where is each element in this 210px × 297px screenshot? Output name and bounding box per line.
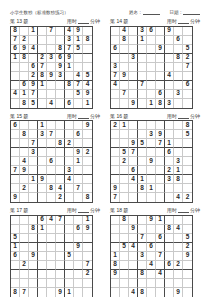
- sudoku-given-cell-r1c5: 6: [147, 27, 156, 36]
- sudoku-empty-cell-r3c8: [74, 139, 83, 148]
- sudoku-empty-cell-r8c4: [138, 279, 147, 288]
- sudoku-empty-cell-r7c8: [174, 270, 183, 279]
- sudoku-given-cell-r8c2: 2: [20, 184, 29, 193]
- sudoku-empty-cell-r3c5: [147, 45, 156, 54]
- sudoku-empty-cell-r2c5: [47, 36, 56, 45]
- name-blank-line: [143, 10, 160, 15]
- sudoku-given-cell-r3c8: 5: [74, 45, 83, 54]
- sudoku-empty-cell-r6c3: [29, 261, 38, 270]
- sudoku-empty-cell-r2c1: [11, 130, 20, 139]
- sudoku-given-cell-r4c9: 2: [183, 54, 192, 63]
- sudoku-given-cell-r6c2: 9: [20, 166, 29, 175]
- date-blank-line: [183, 10, 200, 15]
- sudoku-empty-cell-r3c4: [38, 45, 47, 54]
- sudoku-empty-cell-r2c3: [129, 36, 138, 45]
- sudoku-board-4: 21839595715762936214138981742: [110, 120, 193, 203]
- sudoku-empty-cell-r7c1: [11, 270, 20, 279]
- sudoku-given-cell-r4c6: 6: [56, 54, 65, 63]
- puzzle-number-label: 第 17 题: [10, 207, 28, 213]
- sudoku-empty-cell-r4c4: [38, 243, 47, 252]
- sudoku-empty-cell-r8c9: [183, 184, 192, 193]
- sudoku-given-cell-r7c3: 1: [29, 175, 38, 184]
- sudoku-given-cell-r3c7: 1: [165, 139, 174, 148]
- puzzle-title-row: 第 13 题用时分钟: [10, 18, 100, 24]
- sudoku-given-cell-r5c1: 1: [111, 252, 120, 261]
- sudoku-empty-cell-r9c8: [74, 288, 83, 297]
- sudoku-empty-cell-r8c7: [165, 279, 174, 288]
- sudoku-given-cell-r8c8: 7: [74, 184, 83, 193]
- sudoku-given-cell-r6c7: 3: [65, 166, 74, 175]
- sudoku-empty-cell-r8c1: [11, 184, 20, 193]
- sudoku-empty-cell-r5c8: [174, 63, 183, 72]
- puzzle-section-6: 第 18 题用时分钟891984765546213798462984489: [110, 206, 200, 297]
- sudoku-empty-cell-r6c6: [56, 166, 65, 175]
- sudoku-given-cell-r2c9: 8: [83, 36, 92, 45]
- sudoku-empty-cell-r6c8: [74, 261, 83, 270]
- sudoku-empty-cell-r5c1: [11, 157, 20, 166]
- sudoku-empty-cell-r5c3: [29, 157, 38, 166]
- sudoku-empty-cell-r8c8: [174, 279, 183, 288]
- sudoku-given-cell-r5c7: 5: [65, 252, 74, 261]
- sudoku-empty-cell-r7c6: [56, 175, 65, 184]
- sudoku-empty-cell-r1c3: [129, 27, 138, 36]
- sudoku-empty-cell-r2c6: [56, 36, 65, 45]
- sudoku-empty-cell-r9c4: [138, 193, 147, 202]
- sudoku-empty-cell-r3c8: [174, 234, 183, 243]
- sudoku-given-cell-r8c8: 5: [74, 90, 83, 99]
- sudoku-given-cell-r8c6: 4: [56, 184, 65, 193]
- sudoku-given-cell-r2c2: 8: [20, 130, 29, 139]
- sudoku-empty-cell-r8c7: [165, 90, 174, 99]
- puzzle-section-3: 第 15 题用时分钟61983767823924617931942847928: [10, 112, 100, 204]
- sudoku-given-cell-r1c4: 3: [138, 27, 147, 36]
- sudoku-empty-cell-r2c8: [174, 130, 183, 139]
- sudoku-empty-cell-r6c7: [65, 72, 74, 81]
- puzzle-title-row: 第 15 题用时分钟: [10, 113, 100, 119]
- sudoku-empty-cell-r5c5: [47, 252, 56, 261]
- sudoku-empty-cell-r5c7: [165, 157, 174, 166]
- sudoku-given-cell-r6c3: 2: [29, 72, 38, 81]
- sudoku-empty-cell-r8c1: [111, 279, 120, 288]
- sudoku-empty-cell-r4c6: [56, 148, 65, 157]
- sudoku-given-cell-r6c3: 6: [129, 166, 138, 175]
- sudoku-given-cell-r6c9: 7: [83, 261, 92, 270]
- puzzle-section-1: 第 13 题用时分钟817497231869487518236967912893…: [10, 17, 100, 109]
- sudoku-given-cell-r5c8: 3: [174, 157, 183, 166]
- time-label-prefix: 用时: [67, 18, 77, 24]
- sudoku-given-cell-r5c9: 9: [183, 252, 192, 261]
- puzzle-number-label: 第 15 题: [10, 113, 28, 119]
- sudoku-given-cell-r7c8: 8: [174, 175, 183, 184]
- sudoku-given-cell-r9c9: 8: [83, 193, 92, 202]
- sudoku-empty-cell-r6c8: [174, 72, 183, 81]
- sudoku-empty-cell-r1c6: [56, 27, 65, 36]
- sudoku-empty-cell-r5c9: [83, 157, 92, 166]
- sudoku-given-cell-r3c1: 5: [11, 234, 20, 243]
- sudoku-empty-cell-r1c8: [174, 121, 183, 130]
- sudoku-given-cell-r4c5: 3: [47, 54, 56, 63]
- sudoku-empty-cell-r8c5: [147, 90, 156, 99]
- sudoku-empty-cell-r5c1: [111, 157, 120, 166]
- sudoku-given-cell-r6c8: 4: [74, 72, 83, 81]
- sudoku-empty-cell-r4c4: [138, 243, 147, 252]
- sudoku-empty-cell-r6c4: [38, 261, 47, 270]
- sudoku-empty-cell-r9c6: [56, 99, 65, 108]
- puzzle-title-row: 第 18 题用时分钟: [110, 207, 200, 213]
- sudoku-empty-cell-r3c4: [138, 45, 147, 54]
- sudoku-empty-cell-r6c6: [156, 261, 165, 270]
- sudoku-empty-cell-r1c6: [156, 121, 165, 130]
- sudoku-empty-cell-r9c3: [129, 193, 138, 202]
- sudoku-empty-cell-r1c1: [11, 216, 20, 225]
- sudoku-empty-cell-r7c5: [47, 270, 56, 279]
- sudoku-empty-cell-r2c9: [183, 36, 192, 45]
- sudoku-empty-cell-r7c5: [47, 81, 56, 90]
- sudoku-empty-cell-r4c3: [29, 54, 38, 63]
- sudoku-empty-cell-r9c4: [38, 99, 47, 108]
- sudoku-empty-cell-r4c9: [183, 148, 192, 157]
- sudoku-empty-cell-r3c1: [11, 139, 20, 148]
- sudoku-empty-cell-r2c7: [65, 130, 74, 139]
- sudoku-empty-cell-r2c5: [47, 225, 56, 234]
- puzzle-title-row: 第 17 题用时分钟: [10, 207, 100, 213]
- sudoku-board-1: 8174972318694875182369679128934569187441…: [10, 26, 93, 109]
- sudoku-empty-cell-r5c8: [174, 252, 183, 261]
- sudoku-given-cell-r6c2: 2: [20, 261, 29, 270]
- sudoku-empty-cell-r7c2: [20, 270, 29, 279]
- sudoku-given-cell-r3c2: 9: [20, 45, 29, 54]
- sudoku-empty-cell-r9c4: [38, 288, 47, 297]
- sudoku-empty-cell-r9c9: [183, 99, 192, 108]
- sudoku-empty-cell-r4c9: [83, 243, 92, 252]
- sudoku-empty-cell-r2c1: [111, 130, 120, 139]
- sudoku-empty-cell-r8c2: [120, 184, 129, 193]
- sudoku-empty-cell-r4c8: [74, 54, 83, 63]
- sudoku-empty-cell-r6c5: [147, 72, 156, 81]
- time-label-suffix: 分钟: [90, 18, 100, 24]
- sudoku-empty-cell-r7c2: [120, 270, 129, 279]
- sudoku-empty-cell-r9c7: [65, 193, 74, 202]
- sudoku-given-cell-r2c2: 8: [120, 36, 129, 45]
- sudoku-empty-cell-r9c8: [74, 193, 83, 202]
- sudoku-empty-cell-r3c2: [20, 234, 29, 243]
- sudoku-given-cell-r4c8: 8: [174, 54, 183, 63]
- sudoku-given-cell-r7c1: 4: [111, 81, 120, 90]
- sudoku-given-cell-r1c6: 7: [56, 216, 65, 225]
- sudoku-given-cell-r5c8: 1: [74, 157, 83, 166]
- sudoku-empty-cell-r3c1: [111, 234, 120, 243]
- sudoku-given-cell-r4c5: 6: [147, 243, 156, 252]
- sudoku-empty-cell-r6c2: [20, 72, 29, 81]
- sudoku-empty-cell-r4c5: [147, 54, 156, 63]
- sudoku-empty-cell-r3c5: [147, 139, 156, 148]
- sudoku-empty-cell-r7c3: [29, 270, 38, 279]
- sudoku-empty-cell-r6c1: [11, 72, 20, 81]
- sudoku-given-cell-r9c3: 5: [29, 99, 38, 108]
- sudoku-empty-cell-r8c9: [83, 184, 92, 193]
- sudoku-given-cell-r6c7: 4: [165, 72, 174, 81]
- sudoku-empty-cell-r4c2: [120, 54, 129, 63]
- sudoku-empty-cell-r9c2: [20, 193, 29, 202]
- sudoku-empty-cell-r8c3: [129, 279, 138, 288]
- sudoku-empty-cell-r7c1: [11, 175, 20, 184]
- time-label-prefix: 用时: [67, 207, 77, 213]
- sudoku-given-cell-r9c9: 2: [183, 193, 192, 202]
- sudoku-given-cell-r1c7: 9: [165, 27, 174, 36]
- sudoku-given-cell-r4c9: 2: [183, 243, 192, 252]
- sudoku-empty-cell-r3c2: [20, 139, 29, 148]
- sudoku-given-cell-r7c4: 9: [38, 175, 47, 184]
- sudoku-empty-cell-r7c1: [11, 81, 20, 90]
- sudoku-empty-cell-r7c9: [183, 175, 192, 184]
- sudoku-given-cell-r6c8: 1: [174, 166, 183, 175]
- sudoku-empty-cell-r2c3: [29, 36, 38, 45]
- date-field: 日期：: [170, 10, 201, 15]
- sudoku-empty-cell-r6c1: [111, 166, 120, 175]
- sudoku-empty-cell-r2c6: [156, 225, 165, 234]
- sudoku-empty-cell-r4c6: [56, 243, 65, 252]
- sudoku-empty-cell-r8c7: [65, 184, 74, 193]
- sudoku-given-cell-r3c6: 7: [156, 139, 165, 148]
- sudoku-empty-cell-r7c5: [47, 175, 56, 184]
- sudoku-given-cell-r7c4: 1: [138, 175, 147, 184]
- sudoku-empty-cell-r2c1: [11, 225, 20, 234]
- sudoku-empty-cell-r8c6: [56, 90, 65, 99]
- sudoku-empty-cell-r6c5: [147, 166, 156, 175]
- sudoku-given-cell-r8c8: 3: [174, 90, 183, 99]
- sudoku-empty-cell-r6c2: [120, 166, 129, 175]
- sudoku-given-cell-r5c9: 7: [183, 63, 192, 72]
- sudoku-given-cell-r8c2: 1: [20, 90, 29, 99]
- sudoku-empty-cell-r1c7: [65, 121, 74, 130]
- sudoku-given-cell-r4c2: 5: [120, 148, 129, 157]
- sudoku-empty-cell-r5c7: [165, 63, 174, 72]
- sudoku-given-cell-r9c2: 7: [20, 288, 29, 297]
- sudoku-empty-cell-r2c2: [120, 130, 129, 139]
- sudoku-empty-cell-r5c6: [56, 157, 65, 166]
- sudoku-empty-cell-r4c8: [174, 243, 183, 252]
- sudoku-empty-cell-r7c2: [20, 175, 29, 184]
- sudoku-empty-cell-r2c6: [156, 36, 165, 45]
- sudoku-given-cell-r7c6: 4: [156, 270, 165, 279]
- time-label-suffix: 分钟: [190, 207, 200, 213]
- sudoku-board-5: 647181695196952728791: [10, 215, 93, 297]
- sudoku-empty-cell-r5c3: [129, 252, 138, 261]
- sudoku-empty-cell-r4c3: [29, 243, 38, 252]
- sudoku-given-cell-r6c7: 6: [165, 261, 174, 270]
- sudoku-empty-cell-r4c2: [20, 243, 29, 252]
- sudoku-empty-cell-r1c5: [47, 121, 56, 130]
- sudoku-given-cell-r6c5: 9: [47, 72, 56, 81]
- sudoku-given-cell-r4c3: 3: [29, 148, 38, 157]
- time-spent-field: 用时分钟: [167, 18, 200, 24]
- sudoku-empty-cell-r8c6: [156, 279, 165, 288]
- sudoku-given-cell-r2c9: 9: [83, 225, 92, 234]
- sudoku-empty-cell-r7c6: [156, 175, 165, 184]
- sudoku-empty-cell-r1c8: [174, 27, 183, 36]
- sudoku-given-cell-r2c8: 6: [174, 36, 183, 45]
- sudoku-given-cell-r7c1: 9: [111, 270, 120, 279]
- sudoku-empty-cell-r8c6: [56, 279, 65, 288]
- sudoku-empty-cell-r1c7: [65, 216, 74, 225]
- sudoku-empty-cell-r7c7: [165, 270, 174, 279]
- sudoku-empty-cell-r4c5: [47, 148, 56, 157]
- sudoku-given-cell-r4c7: 9: [65, 54, 74, 63]
- sudoku-given-cell-r3c7: 2: [65, 139, 74, 148]
- sudoku-given-cell-r2c7: 8: [165, 225, 174, 234]
- sudoku-empty-cell-r8c2: [20, 279, 29, 288]
- sudoku-given-cell-r1c1: 2: [111, 121, 120, 130]
- sudoku-empty-cell-r5c7: [65, 157, 74, 166]
- sudoku-given-cell-r1c4: 6: [38, 216, 47, 225]
- sudoku-given-cell-r3c6: 8: [56, 139, 65, 148]
- sudoku-empty-cell-r8c5: [147, 279, 156, 288]
- sudoku-empty-cell-r2c7: [165, 36, 174, 45]
- sudoku-empty-cell-r8c5: [47, 279, 56, 288]
- sudoku-empty-cell-r5c3: [129, 63, 138, 72]
- sudoku-empty-cell-r6c6: [156, 166, 165, 175]
- sudoku-empty-cell-r7c4: [38, 270, 47, 279]
- sudoku-given-cell-r2c8: 6: [74, 130, 83, 139]
- sudoku-empty-cell-r6c9: [183, 166, 192, 175]
- sudoku-empty-cell-r3c8: [174, 45, 183, 54]
- sudoku-empty-cell-r1c9: [83, 27, 92, 36]
- sudoku-empty-cell-r9c8: [174, 99, 183, 108]
- sudoku-empty-cell-r2c4: [38, 36, 47, 45]
- puzzle-grid-container: 第 13 题用时分钟817497231869487518236967912893…: [10, 17, 200, 297]
- sudoku-empty-cell-r2c2: [20, 225, 29, 234]
- sudoku-empty-cell-r5c2: [20, 63, 29, 72]
- sudoku-given-cell-r1c4: 1: [38, 121, 47, 130]
- sudoku-empty-cell-r3c9: [83, 45, 92, 54]
- sudoku-given-cell-r3c1: 6: [11, 45, 20, 54]
- sudoku-empty-cell-r2c3: [129, 130, 138, 139]
- sudoku-empty-cell-r6c9: [183, 261, 192, 270]
- sudoku-given-cell-r2c7: 3: [65, 36, 74, 45]
- sudoku-given-cell-r5c6: 9: [56, 63, 65, 72]
- sudoku-given-cell-r5c5: 6: [47, 157, 56, 166]
- sudoku-empty-cell-r1c4: [38, 27, 47, 36]
- sudoku-given-cell-r9c6: 2: [56, 193, 65, 202]
- sudoku-given-cell-r9c7: 3: [165, 99, 174, 108]
- sudoku-given-cell-r7c9: 2: [83, 270, 92, 279]
- sudoku-empty-cell-r3c7: [165, 234, 174, 243]
- sudoku-given-cell-r5c4: 7: [38, 63, 47, 72]
- sudoku-given-cell-r6c6: 3: [56, 72, 65, 81]
- sudoku-given-cell-r9c9: 1: [83, 99, 92, 108]
- sudoku-empty-cell-r9c7: [165, 193, 174, 202]
- sudoku-given-cell-r8c5: 1: [147, 184, 156, 193]
- sudoku-empty-cell-r9c2: [120, 193, 129, 202]
- sudoku-given-cell-r8c1: 4: [11, 90, 20, 99]
- sudoku-given-cell-r9c6: 8: [156, 99, 165, 108]
- sudoku-empty-cell-r7c1: [111, 175, 120, 184]
- sudoku-empty-cell-r2c4: [138, 130, 147, 139]
- sudoku-given-cell-r1c9: 9: [83, 121, 92, 130]
- sudoku-empty-cell-r5c6: [56, 252, 65, 261]
- sudoku-empty-cell-r1c3: [129, 216, 138, 225]
- sudoku-empty-cell-r5c1: [11, 63, 20, 72]
- sudoku-empty-cell-r1c3: [29, 121, 38, 130]
- sudoku-given-cell-r5c2: 2: [120, 157, 129, 166]
- sudoku-empty-cell-r8c4: [138, 90, 147, 99]
- puzzle-number-label: 第 16 题: [110, 113, 128, 119]
- sudoku-given-cell-r7c9: 4: [83, 81, 92, 90]
- sudoku-empty-cell-r3c4: [38, 234, 47, 243]
- time-label-suffix: 分钟: [190, 18, 200, 24]
- sudoku-empty-cell-r8c8: [174, 184, 183, 193]
- sudoku-empty-cell-r3c9: [83, 139, 92, 148]
- sudoku-given-cell-r1c2: 1: [120, 121, 129, 130]
- sudoku-given-cell-r3c4: 5: [138, 139, 147, 148]
- name-field: 姓名：: [129, 10, 160, 15]
- time-blank-line: [178, 114, 189, 119]
- sudoku-given-cell-r7c2: 6: [20, 81, 29, 90]
- sudoku-given-cell-r2c5: 7: [47, 130, 56, 139]
- sudoku-empty-cell-r6c4: [138, 261, 147, 270]
- sudoku-empty-cell-r2c4: [138, 225, 147, 234]
- sudoku-given-cell-r7c7: 4: [65, 175, 74, 184]
- sudoku-empty-cell-r6c8: [74, 166, 83, 175]
- sudoku-given-cell-r4c3: 7: [129, 148, 138, 157]
- sudoku-given-cell-r2c4: 1: [138, 36, 147, 45]
- sudoku-empty-cell-r3c6: [56, 234, 65, 243]
- sudoku-empty-cell-r4c1: [111, 148, 120, 157]
- puzzle-number-label: 第 14 题: [110, 18, 128, 24]
- sudoku-given-cell-r8c4: 8: [138, 184, 147, 193]
- sudoku-empty-cell-r6c4: [138, 72, 147, 81]
- sudoku-empty-cell-r9c1: [111, 288, 120, 297]
- sudoku-board-3: 61983767823924617931942847928: [10, 120, 93, 203]
- sudoku-empty-cell-r8c1: [11, 279, 20, 288]
- sudoku-empty-cell-r1c2: [20, 216, 29, 225]
- sudoku-empty-cell-r6c6: [156, 72, 165, 81]
- sudoku-given-cell-r9c1: 8: [11, 288, 20, 297]
- sudoku-given-cell-r7c7: 3: [165, 175, 174, 184]
- sudoku-given-cell-r2c9: 5: [183, 130, 192, 139]
- sudoku-empty-cell-r9c6: [156, 288, 165, 297]
- sudoku-empty-cell-r4c6: [156, 54, 165, 63]
- sudoku-empty-cell-r7c6: [56, 81, 65, 90]
- sudoku-empty-cell-r9c5: [47, 193, 56, 202]
- sudoku-given-cell-r8c3: 7: [29, 90, 38, 99]
- sudoku-empty-cell-r5c2: [120, 252, 129, 261]
- sudoku-empty-cell-r3c9: [183, 139, 192, 148]
- sudoku-empty-cell-r7c2: [120, 175, 129, 184]
- sudoku-empty-cell-r4c7: [65, 148, 74, 157]
- sudoku-given-cell-r1c5: 9: [147, 216, 156, 225]
- time-blank-line: [178, 20, 189, 25]
- sudoku-empty-cell-r7c9: [83, 175, 92, 184]
- sudoku-given-cell-r5c4: 3: [138, 252, 147, 261]
- sudoku-empty-cell-r1c2: [20, 121, 29, 130]
- time-spent-field: 用时分钟: [67, 113, 100, 119]
- sudoku-empty-cell-r5c5: [147, 252, 156, 261]
- time-spent-field: 用时分钟: [67, 18, 100, 24]
- sudoku-given-cell-r7c9: 6: [183, 81, 192, 90]
- sudoku-given-cell-r1c8: 9: [74, 27, 83, 36]
- page-header: 小学生数独（标准数独练习） 姓名： 日期：: [10, 10, 200, 15]
- sudoku-empty-cell-r3c8: [174, 139, 183, 148]
- sudoku-empty-cell-r8c9: [183, 90, 192, 99]
- sudoku-empty-cell-r4c2: [20, 148, 29, 157]
- sudoku-empty-cell-r4c7: [65, 243, 74, 252]
- sudoku-empty-cell-r7c8: [74, 270, 83, 279]
- sudoku-given-cell-r2c3: 8: [29, 225, 38, 234]
- sudoku-empty-cell-r1c9: [183, 27, 192, 36]
- sudoku-empty-cell-r3c3: [129, 234, 138, 243]
- sudoku-empty-cell-r3c5: [47, 234, 56, 243]
